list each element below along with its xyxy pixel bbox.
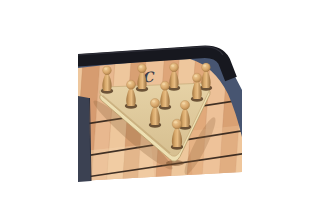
pin-row1-slot4[interactable] bbox=[201, 63, 210, 88]
table-scene: C bbox=[78, 0, 242, 200]
pin-row2-slot2[interactable] bbox=[160, 81, 169, 107]
pin-row4-slot1[interactable] bbox=[172, 119, 182, 147]
pin-row1-slot3[interactable] bbox=[169, 63, 178, 88]
pin-row1-slot1[interactable] bbox=[102, 66, 111, 91]
pin-row2-slot1[interactable] bbox=[126, 80, 135, 106]
left-gutter bbox=[78, 96, 91, 182]
shuffleboard-bowling-scene: C bbox=[78, 0, 242, 200]
pin-row1-slot2[interactable] bbox=[137, 64, 146, 89]
pin-row2-slot3[interactable] bbox=[192, 73, 201, 99]
pin-row3-slot1[interactable] bbox=[150, 98, 160, 125]
